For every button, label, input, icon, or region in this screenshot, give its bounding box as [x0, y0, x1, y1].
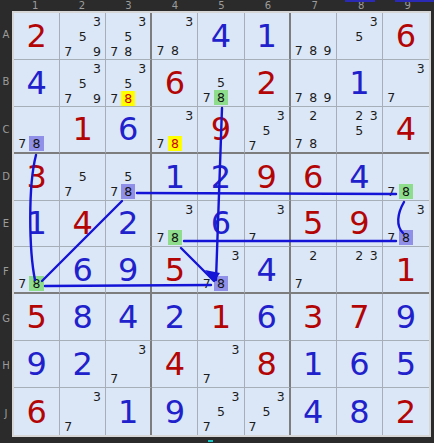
candidate-7[interactable]: 7	[107, 184, 121, 199]
candidate-empty	[338, 138, 352, 151]
column-label-3: 3	[105, 0, 152, 11]
candidate-5[interactable]: 5	[260, 404, 274, 419]
cell-F8[interactable]: 23	[337, 247, 383, 294]
candidate-7[interactable]: 7	[292, 43, 306, 58]
candidate-empty	[320, 61, 334, 75]
candidate-5[interactable]: 5	[121, 29, 135, 44]
candidate-8[interactable]: 8	[168, 230, 182, 245]
cell-J3[interactable]: 1	[106, 388, 152, 435]
digit-4: 4	[72, 207, 92, 239]
candidate-7[interactable]: 7	[153, 43, 167, 58]
candidate-7[interactable]: 7	[292, 276, 306, 291]
candidate-empty	[274, 419, 288, 434]
cell-F2[interactable]: 6	[60, 247, 106, 294]
cell-B3[interactable]: 3578	[106, 60, 152, 107]
candidate-3[interactable]: 3	[367, 108, 381, 123]
cell-A3[interactable]: 3578	[106, 13, 152, 60]
cell-B4[interactable]: 6	[152, 60, 198, 107]
candidate-empty	[292, 263, 306, 276]
candidate-empty	[260, 217, 274, 231]
candidate-empty	[260, 138, 274, 153]
cell-D4[interactable]: 1	[152, 154, 198, 201]
candidate-3[interactable]: 3	[90, 389, 104, 404]
candidate-empty	[228, 371, 242, 386]
cell-D3[interactable]: 578	[106, 154, 152, 201]
candidate-empty	[199, 263, 213, 276]
candidate-3[interactable]: 3	[228, 389, 242, 404]
candidate-empty	[292, 248, 306, 263]
candidate-empty	[228, 419, 242, 434]
digit-2: 2	[211, 161, 231, 193]
cell-F3[interactable]: 9	[106, 247, 152, 294]
cell-H1[interactable]: 9	[14, 341, 60, 388]
cell-B1[interactable]: 4	[14, 60, 60, 107]
candidate-7[interactable]: 7	[15, 276, 29, 291]
cell-B7[interactable]: 789	[291, 60, 337, 107]
candidate-empty	[121, 14, 135, 29]
candidates: 789	[292, 14, 335, 58]
candidate-7[interactable]: 7	[61, 419, 75, 434]
candidates: 23	[338, 248, 381, 291]
candidate-8[interactable]: 8	[29, 136, 43, 151]
cell-B8[interactable]: 1	[337, 60, 383, 107]
candidate-empty	[338, 108, 352, 123]
cell-G1[interactable]: 5	[14, 294, 60, 341]
cell-H2[interactable]: 2	[60, 341, 106, 388]
cell-G2[interactable]: 8	[60, 294, 106, 341]
digit-1: 1	[72, 113, 92, 145]
candidate-5[interactable]: 5	[75, 29, 89, 44]
candidate-empty	[75, 419, 89, 434]
candidates: 789	[292, 61, 335, 105]
cell-E8[interactable]: 9	[337, 201, 383, 248]
cell-J4[interactable]: 9	[152, 388, 198, 435]
candidate-empty	[135, 155, 149, 169]
candidate-empty	[260, 108, 274, 123]
candidate-empty	[135, 169, 149, 184]
cell-A1[interactable]: 2	[14, 13, 60, 60]
candidate-7[interactable]: 7	[61, 184, 75, 199]
cell-A8[interactable]: 35	[337, 13, 383, 60]
candidate-7[interactable]: 7	[15, 136, 29, 151]
candidate-empty	[274, 123, 288, 138]
candidate-7[interactable]: 7	[292, 90, 306, 105]
digit-4: 4	[256, 254, 276, 286]
candidate-empty	[228, 90, 242, 105]
candidate-empty	[90, 29, 104, 44]
cell-J2[interactable]: 37	[60, 388, 106, 435]
cell-F4[interactable]: 5	[152, 247, 198, 294]
cell-D1[interactable]: 3	[14, 154, 60, 201]
cell-H7[interactable]: 1	[291, 341, 337, 388]
candidate-7[interactable]: 7	[107, 44, 121, 59]
candidate-3[interactable]: 3	[182, 14, 196, 29]
cell-D2[interactable]: 57	[60, 154, 106, 201]
candidate-7[interactable]: 7	[246, 138, 260, 153]
cell-F7[interactable]: 27	[291, 247, 337, 294]
candidate-7[interactable]: 7	[384, 184, 399, 199]
cell-C5[interactable]: 9	[198, 107, 244, 154]
cell-A6[interactable]: 1	[245, 13, 291, 60]
cell-G9[interactable]: 9	[383, 294, 429, 341]
digit-4: 4	[26, 67, 46, 99]
candidate-empty	[168, 14, 182, 29]
cell-E6[interactable]: 37	[245, 201, 291, 248]
candidates: 37	[107, 342, 149, 386]
candidate-empty	[199, 248, 213, 263]
candidate-empty	[306, 14, 320, 28]
cell-G3[interactable]: 4	[106, 294, 152, 341]
candidate-3[interactable]: 3	[274, 108, 288, 123]
cell-H6[interactable]: 8	[245, 341, 291, 388]
row-label-A: A	[0, 11, 12, 58]
candidates: 378	[199, 248, 242, 291]
candidate-empty	[90, 184, 104, 199]
row-label-G: G	[0, 295, 12, 342]
candidates: 78	[15, 108, 58, 151]
candidate-5[interactable]: 5	[75, 169, 89, 184]
cell-C1[interactable]: 78	[14, 107, 60, 154]
candidate-2[interactable]: 2	[352, 108, 366, 123]
cell-D8[interactable]: 4	[337, 154, 383, 201]
candidate-empty	[228, 404, 242, 419]
candidate-empty	[228, 276, 242, 291]
candidate-3[interactable]: 3	[274, 202, 288, 217]
cell-F9[interactable]: 1	[383, 247, 429, 294]
cell-F5[interactable]: 378	[198, 247, 244, 294]
candidate-empty	[153, 123, 167, 136]
candidate-8[interactable]: 8	[306, 136, 320, 151]
cell-A9[interactable]: 6	[383, 13, 429, 60]
candidate-empty	[306, 123, 320, 136]
cell-G5[interactable]: 1	[198, 294, 244, 341]
digit-2: 2	[165, 301, 185, 333]
candidates: 357	[199, 389, 242, 434]
cell-C7[interactable]: 278	[291, 107, 337, 154]
candidate-empty	[44, 136, 58, 151]
candidate-empty	[29, 122, 43, 136]
candidate-empty	[61, 14, 75, 29]
row-label-H: H	[0, 342, 12, 389]
candidate-empty	[199, 389, 213, 404]
candidate-8[interactable]: 8	[399, 184, 414, 199]
cell-E7[interactable]: 5	[291, 201, 337, 248]
cell-H5[interactable]: 37	[198, 341, 244, 388]
cell-C8[interactable]: 235	[337, 107, 383, 154]
candidate-7[interactable]: 7	[61, 91, 75, 106]
candidates: 357	[246, 389, 288, 434]
cell-J8[interactable]: 8	[337, 388, 383, 435]
candidate-3[interactable]: 3	[135, 342, 149, 357]
candidate-7[interactable]: 7	[199, 90, 213, 105]
candidate-5[interactable]: 5	[121, 169, 135, 184]
candidate-empty	[168, 29, 182, 43]
candidate-7[interactable]: 7	[107, 91, 121, 106]
digit-2: 2	[72, 348, 92, 380]
candidate-empty	[292, 123, 306, 136]
cell-J9[interactable]: 2	[383, 388, 429, 435]
candidate-empty	[413, 230, 428, 245]
candidate-empty	[320, 248, 334, 263]
digit-5: 5	[303, 207, 323, 239]
digit-1: 1	[303, 348, 323, 380]
cell-C6[interactable]: 357	[245, 107, 291, 154]
candidate-7[interactable]: 7	[384, 230, 399, 245]
cell-A7[interactable]: 789	[291, 13, 337, 60]
candidate-empty	[214, 263, 228, 276]
candidate-9[interactable]: 9	[90, 44, 104, 59]
candidates: 78	[384, 155, 428, 199]
candidate-empty	[135, 371, 149, 386]
candidate-7[interactable]: 7	[384, 90, 399, 105]
column-label-7: 7	[291, 0, 338, 11]
candidate-empty	[214, 61, 228, 75]
candidate-empty	[61, 61, 75, 76]
candidate-3[interactable]: 3	[367, 14, 381, 29]
candidate-empty	[320, 136, 334, 151]
candidate-2[interactable]: 2	[352, 248, 366, 263]
top-accent-left	[345, 0, 375, 2]
candidate-empty	[107, 342, 121, 357]
candidates: 357	[246, 108, 288, 151]
candidate-empty	[320, 123, 334, 136]
candidate-5[interactable]: 5	[214, 404, 228, 419]
candidate-empty	[153, 29, 167, 43]
candidate-7[interactable]: 7	[199, 371, 213, 386]
candidate-3[interactable]: 3	[228, 248, 242, 263]
candidates: 378	[384, 202, 428, 246]
candidate-2[interactable]: 2	[306, 108, 320, 123]
candidate-empty	[352, 44, 366, 58]
candidate-empty	[352, 138, 366, 151]
digit-3: 3	[303, 301, 323, 333]
candidate-7[interactable]: 7	[199, 419, 213, 434]
candidate-empty	[199, 404, 213, 419]
digit-9: 9	[211, 113, 231, 145]
candidate-empty	[29, 248, 43, 262]
candidate-empty	[75, 184, 89, 199]
candidate-empty	[292, 75, 306, 89]
candidate-9[interactable]: 9	[320, 90, 334, 105]
candidate-7[interactable]: 7	[153, 136, 167, 151]
digit-4: 4	[211, 20, 231, 52]
candidate-empty	[153, 108, 167, 123]
digit-9: 9	[26, 348, 46, 380]
candidate-5[interactable]: 5	[352, 123, 366, 138]
candidate-8[interactable]: 8	[121, 44, 135, 59]
candidate-7[interactable]: 7	[107, 371, 121, 386]
candidate-empty	[399, 217, 414, 231]
candidate-5[interactable]: 5	[75, 76, 89, 91]
candidate-8[interactable]: 8	[399, 230, 414, 245]
cell-H8[interactable]: 6	[337, 341, 383, 388]
candidate-8[interactable]: 8	[121, 91, 135, 106]
cell-B2[interactable]: 3579	[60, 60, 106, 107]
candidate-empty	[260, 419, 274, 434]
candidate-8[interactable]: 8	[168, 136, 182, 151]
candidate-empty	[61, 155, 75, 169]
candidate-empty	[182, 230, 196, 245]
cell-F6[interactable]: 4	[245, 247, 291, 294]
column-label-2: 2	[59, 0, 106, 11]
cell-C2[interactable]: 1	[60, 107, 106, 154]
candidate-empty	[367, 123, 381, 138]
candidate-9[interactable]: 9	[320, 43, 334, 58]
candidates: 378	[153, 202, 196, 246]
cell-A5[interactable]: 4	[198, 13, 244, 60]
candidate-empty	[121, 342, 135, 357]
candidate-empty	[214, 342, 228, 357]
candidate-3[interactable]: 3	[367, 248, 381, 263]
candidate-empty	[306, 61, 320, 75]
candidate-empty	[246, 202, 260, 217]
candidate-5[interactable]: 5	[352, 29, 366, 44]
candidates: 37	[246, 202, 288, 246]
candidate-8[interactable]: 8	[121, 184, 135, 199]
candidate-3[interactable]: 3	[90, 61, 104, 76]
candidate-empty	[320, 108, 334, 123]
cell-G8[interactable]: 7	[337, 294, 383, 341]
candidate-empty	[306, 263, 320, 276]
cell-G7[interactable]: 3	[291, 294, 337, 341]
digit-6: 6	[26, 396, 46, 428]
row-label-E: E	[0, 200, 12, 247]
cell-B5[interactable]: 578	[198, 60, 244, 107]
candidates: 3578	[107, 14, 149, 58]
candidate-3[interactable]: 3	[413, 202, 428, 217]
candidate-3[interactable]: 3	[413, 61, 428, 76]
digit-4: 4	[396, 113, 416, 145]
candidates: 3579	[61, 14, 104, 58]
candidate-7[interactable]: 7	[246, 230, 260, 245]
cell-F1[interactable]: 78	[14, 247, 60, 294]
cell-D5[interactable]: 2	[198, 154, 244, 201]
candidate-empty	[107, 357, 121, 371]
candidates: 3578	[107, 61, 149, 105]
cell-D6[interactable]: 9	[245, 154, 291, 201]
candidate-7[interactable]: 7	[153, 230, 167, 245]
candidate-8[interactable]: 8	[306, 43, 320, 58]
cell-G4[interactable]: 2	[152, 294, 198, 341]
cell-B9[interactable]: 37	[383, 60, 429, 107]
cell-E9[interactable]: 378	[383, 201, 429, 248]
candidate-7[interactable]: 7	[292, 136, 306, 151]
cell-D9[interactable]: 78	[383, 154, 429, 201]
candidate-empty	[199, 61, 213, 75]
cell-E2[interactable]: 4	[60, 201, 106, 248]
cell-E5[interactable]: 6	[198, 201, 244, 248]
cell-E1[interactable]: 1	[14, 201, 60, 248]
candidates: 578	[199, 61, 242, 105]
candidate-8[interactable]: 8	[29, 276, 43, 291]
candidate-empty	[182, 43, 196, 58]
cell-G6[interactable]: 6	[245, 294, 291, 341]
candidate-3[interactable]: 3	[90, 14, 104, 29]
candidate-empty	[399, 61, 414, 76]
candidate-empty	[121, 155, 135, 169]
candidate-3[interactable]: 3	[182, 202, 196, 217]
candidate-empty	[107, 155, 121, 169]
cell-E3[interactable]: 2	[106, 201, 152, 248]
candidate-empty	[338, 29, 352, 44]
digit-1: 1	[26, 207, 46, 239]
candidate-3[interactable]: 3	[182, 108, 196, 123]
candidate-empty	[338, 44, 352, 58]
row-label-C: C	[0, 106, 12, 153]
digit-6: 6	[256, 301, 276, 333]
digit-2: 2	[396, 396, 416, 428]
cell-C4[interactable]: 378	[152, 107, 198, 154]
candidate-2[interactable]: 2	[306, 248, 320, 263]
candidate-5[interactable]: 5	[260, 123, 274, 138]
candidate-8[interactable]: 8	[306, 90, 320, 105]
cell-H9[interactable]: 5	[383, 341, 429, 388]
candidate-empty	[338, 248, 352, 263]
candidate-empty	[61, 29, 75, 44]
candidate-3[interactable]: 3	[228, 342, 242, 357]
candidate-empty	[246, 108, 260, 123]
candidate-5[interactable]: 5	[121, 76, 135, 91]
candidate-empty	[338, 277, 352, 291]
cell-A2[interactable]: 3579	[60, 13, 106, 60]
candidate-8[interactable]: 8	[214, 90, 228, 105]
candidate-empty	[135, 29, 149, 44]
row-labels: ABCDEFGHJ	[0, 11, 12, 437]
candidate-7[interactable]: 7	[61, 44, 75, 59]
cell-H3[interactable]: 37	[106, 341, 152, 388]
candidate-8[interactable]: 8	[214, 276, 228, 291]
candidate-7[interactable]: 7	[199, 276, 213, 291]
candidate-empty	[367, 138, 381, 151]
cell-B6[interactable]: 2	[245, 60, 291, 107]
cell-E4[interactable]: 378	[152, 201, 198, 248]
cell-J7[interactable]: 4	[291, 388, 337, 435]
digit-7: 7	[349, 301, 369, 333]
cell-H4[interactable]: 4	[152, 341, 198, 388]
candidate-empty	[153, 202, 167, 217]
candidate-8[interactable]: 8	[168, 43, 182, 58]
candidate-5[interactable]: 5	[214, 75, 228, 90]
candidate-empty	[413, 217, 428, 231]
candidate-empty	[15, 122, 29, 136]
candidate-3[interactable]: 3	[135, 14, 149, 29]
candidate-empty	[320, 263, 334, 276]
digit-1: 1	[396, 254, 416, 286]
digit-6: 6	[396, 20, 416, 52]
cell-J1[interactable]: 6	[14, 388, 60, 435]
candidate-3[interactable]: 3	[274, 389, 288, 404]
candidate-3[interactable]: 3	[135, 61, 149, 76]
candidates: 27	[292, 248, 335, 291]
cell-C9[interactable]: 4	[383, 107, 429, 154]
cell-A4[interactable]: 378	[152, 13, 198, 60]
candidate-empty	[246, 389, 260, 404]
candidate-empty	[367, 263, 381, 277]
candidate-9[interactable]: 9	[90, 91, 104, 106]
candidates: 378	[153, 14, 196, 58]
cell-J6[interactable]: 357	[245, 388, 291, 435]
cell-J5[interactable]: 357	[198, 388, 244, 435]
candidate-empty	[214, 389, 228, 404]
cell-C3[interactable]: 6	[106, 107, 152, 154]
candidate-7[interactable]: 7	[246, 419, 260, 434]
candidate-empty	[199, 357, 213, 371]
candidate-empty	[384, 169, 399, 183]
sudoku-board: 2357935783784178935643579357865782789137…	[12, 11, 431, 437]
candidates: 378	[153, 108, 196, 151]
candidates: 37	[384, 61, 428, 105]
cell-D7[interactable]: 6	[291, 154, 337, 201]
